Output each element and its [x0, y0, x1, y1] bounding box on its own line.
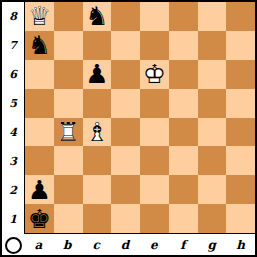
file-label-b: b — [53, 234, 82, 255]
white-rook-piece: ♜♖ — [54, 118, 83, 147]
square-g7[interactable] — [198, 31, 227, 60]
square-g6[interactable] — [198, 60, 227, 89]
square-c4[interactable]: ♝♗ — [83, 118, 112, 147]
square-e1[interactable] — [140, 204, 169, 233]
chess-diagram: 87654321 ♛♕♞♞♟♚♔♜♖♝♗♟♚ abcdefgh — [0, 0, 257, 257]
square-e4[interactable] — [140, 118, 169, 147]
square-e7[interactable] — [140, 31, 169, 60]
square-f5[interactable] — [169, 89, 198, 118]
square-b5[interactable] — [54, 89, 83, 118]
square-e2[interactable] — [140, 175, 169, 204]
white-king-piece: ♚♔ — [140, 60, 169, 89]
square-f2[interactable] — [169, 175, 198, 204]
square-h2[interactable] — [226, 175, 255, 204]
square-h3[interactable] — [226, 146, 255, 175]
white-queen-piece: ♛♕ — [25, 2, 54, 31]
square-d4[interactable] — [111, 118, 140, 147]
square-c7[interactable] — [83, 31, 112, 60]
square-c2[interactable] — [83, 175, 112, 204]
black-knight-piece: ♞ — [25, 31, 54, 60]
file-label-f: f — [168, 234, 197, 255]
square-b8[interactable] — [54, 2, 83, 31]
chess-board: ♛♕♞♞♟♚♔♜♖♝♗♟♚ — [24, 2, 255, 234]
square-a1[interactable]: ♚ — [25, 204, 54, 233]
square-a8[interactable]: ♛♕ — [25, 2, 54, 31]
square-c8[interactable]: ♞ — [83, 2, 112, 31]
square-b7[interactable] — [54, 31, 83, 60]
square-c6[interactable]: ♟ — [83, 60, 112, 89]
square-a5[interactable] — [25, 89, 54, 118]
black-pawn-piece: ♟ — [83, 60, 112, 89]
square-a2[interactable]: ♟ — [25, 175, 54, 204]
square-f7[interactable] — [169, 31, 198, 60]
square-c3[interactable] — [83, 146, 112, 175]
square-b1[interactable] — [54, 204, 83, 233]
square-e3[interactable] — [140, 146, 169, 175]
rank-label-6: 6 — [2, 60, 24, 89]
file-label-e: e — [140, 234, 169, 255]
rank-label-5: 5 — [2, 89, 24, 118]
square-d5[interactable] — [111, 89, 140, 118]
file-label-a: a — [24, 234, 53, 255]
square-f6[interactable] — [169, 60, 198, 89]
rank-label-2: 2 — [2, 176, 24, 205]
square-a4[interactable] — [25, 118, 54, 147]
black-king-piece: ♚ — [25, 204, 54, 233]
square-b6[interactable] — [54, 60, 83, 89]
rank-label-4: 4 — [2, 118, 24, 147]
square-d8[interactable] — [111, 2, 140, 31]
square-h8[interactable] — [226, 2, 255, 31]
square-h5[interactable] — [226, 89, 255, 118]
square-e6[interactable]: ♚♔ — [140, 60, 169, 89]
square-a3[interactable] — [25, 146, 54, 175]
square-g3[interactable] — [198, 146, 227, 175]
square-f4[interactable] — [169, 118, 198, 147]
rank-label-8: 8 — [2, 2, 24, 31]
rank-label-7: 7 — [2, 31, 24, 60]
square-e5[interactable] — [140, 89, 169, 118]
square-d1[interactable] — [111, 204, 140, 233]
square-g5[interactable] — [198, 89, 227, 118]
square-c1[interactable] — [83, 204, 112, 233]
square-h6[interactable] — [226, 60, 255, 89]
square-f3[interactable] — [169, 146, 198, 175]
black-knight-piece: ♞ — [83, 2, 112, 31]
square-g4[interactable] — [198, 118, 227, 147]
square-d7[interactable] — [111, 31, 140, 60]
square-d6[interactable] — [111, 60, 140, 89]
square-h1[interactable] — [226, 204, 255, 233]
square-d2[interactable] — [111, 175, 140, 204]
rank-labels: 87654321 — [2, 2, 24, 234]
square-d3[interactable] — [111, 146, 140, 175]
square-f8[interactable] — [169, 2, 198, 31]
file-label-d: d — [111, 234, 140, 255]
square-f1[interactable] — [169, 204, 198, 233]
white-bishop-piece: ♝♗ — [83, 118, 112, 147]
square-b3[interactable] — [54, 146, 83, 175]
square-h7[interactable] — [226, 31, 255, 60]
square-b4[interactable]: ♜♖ — [54, 118, 83, 147]
black-pawn-piece: ♟ — [25, 175, 54, 204]
square-a7[interactable]: ♞ — [25, 31, 54, 60]
square-e8[interactable] — [140, 2, 169, 31]
file-label-c: c — [82, 234, 111, 255]
square-a6[interactable] — [25, 60, 54, 89]
square-c5[interactable] — [83, 89, 112, 118]
square-b2[interactable] — [54, 175, 83, 204]
square-h4[interactable] — [226, 118, 255, 147]
file-label-h: h — [226, 234, 255, 255]
square-g1[interactable] — [198, 204, 227, 233]
rank-label-1: 1 — [2, 205, 24, 234]
white-to-move-circle-icon — [5, 237, 22, 254]
square-g2[interactable] — [198, 175, 227, 204]
file-label-g: g — [197, 234, 226, 255]
file-labels: abcdefgh — [24, 234, 255, 255]
square-g8[interactable] — [198, 2, 227, 31]
side-to-move-indicator — [2, 234, 24, 255]
rank-label-3: 3 — [2, 147, 24, 176]
